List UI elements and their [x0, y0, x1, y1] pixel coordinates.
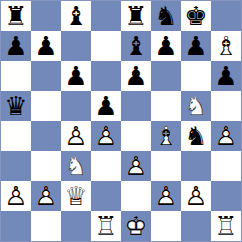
- piece-white-king[interactable]: ♚♔: [121, 211, 151, 241]
- square-b3[interactable]: [31, 151, 61, 181]
- square-a1[interactable]: [1, 211, 31, 241]
- piece-black-rook[interactable]: ♜: [1, 1, 31, 31]
- piece-black-queen-glyph: ♛: [1, 91, 31, 121]
- piece-white-knight[interactable]: ♞♘: [181, 91, 211, 121]
- piece-black-pawn[interactable]: ♟: [211, 61, 241, 91]
- piece-white-pawn-glyph: ♙: [91, 121, 121, 151]
- square-f4[interactable]: ♝♗: [151, 121, 181, 151]
- piece-white-pawn[interactable]: ♟♙: [151, 181, 181, 211]
- piece-black-pawn[interactable]: ♟: [1, 31, 31, 61]
- square-b7[interactable]: ♟: [31, 31, 61, 61]
- square-d3[interactable]: [91, 151, 121, 181]
- piece-white-pawn-glyph: ♙: [1, 181, 31, 211]
- chess-board: ♜♝♜♞♚♟♟♝♟♟♝♗♟♟♟♛♟♞♘♟♙♟♙♝♗♞♟♙♞♘♟♙♟♙♟♙♛♕♟♙…: [0, 0, 242, 242]
- square-b2[interactable]: ♟♙: [31, 181, 61, 211]
- piece-white-pawn[interactable]: ♟♙: [31, 181, 61, 211]
- square-d8[interactable]: [91, 1, 121, 31]
- square-g5[interactable]: ♞♘: [181, 91, 211, 121]
- square-f1[interactable]: [151, 211, 181, 241]
- square-e8[interactable]: ♜: [121, 1, 151, 31]
- square-f2[interactable]: ♟♙: [151, 181, 181, 211]
- square-c7[interactable]: [61, 31, 91, 61]
- piece-black-queen[interactable]: ♛: [1, 91, 31, 121]
- square-d1[interactable]: ♜♖: [91, 211, 121, 241]
- square-f6[interactable]: [151, 61, 181, 91]
- piece-white-pawn[interactable]: ♟♙: [1, 181, 31, 211]
- piece-white-rook[interactable]: ♜♖: [211, 211, 241, 241]
- piece-black-pawn[interactable]: ♟: [151, 31, 181, 61]
- piece-black-pawn[interactable]: ♟: [121, 61, 151, 91]
- square-h3[interactable]: [211, 151, 241, 181]
- square-c4[interactable]: ♟♙: [61, 121, 91, 151]
- square-e3[interactable]: ♟♙: [121, 151, 151, 181]
- square-b5[interactable]: [31, 91, 61, 121]
- square-d5[interactable]: ♟: [91, 91, 121, 121]
- square-a3[interactable]: [1, 151, 31, 181]
- piece-black-pawn-glyph: ♟: [91, 91, 121, 121]
- square-d6[interactable]: [91, 61, 121, 91]
- square-h1[interactable]: ♜♖: [211, 211, 241, 241]
- square-e1[interactable]: ♚♔: [121, 211, 151, 241]
- square-e5[interactable]: [121, 91, 151, 121]
- square-f3[interactable]: [151, 151, 181, 181]
- piece-black-pawn[interactable]: ♟: [181, 31, 211, 61]
- square-e6[interactable]: ♟: [121, 61, 151, 91]
- square-a7[interactable]: ♟: [1, 31, 31, 61]
- square-b4[interactable]: [31, 121, 61, 151]
- square-a2[interactable]: ♟♙: [1, 181, 31, 211]
- square-h4[interactable]: ♟♙: [211, 121, 241, 151]
- square-g3[interactable]: [181, 151, 211, 181]
- piece-white-bishop-glyph: ♗: [151, 121, 181, 151]
- square-h7[interactable]: ♝♗: [211, 31, 241, 61]
- piece-white-queen[interactable]: ♛♕: [61, 181, 91, 211]
- square-h5[interactable]: [211, 91, 241, 121]
- square-g7[interactable]: ♟: [181, 31, 211, 61]
- square-f5[interactable]: [151, 91, 181, 121]
- piece-white-pawn-glyph: ♙: [121, 151, 151, 181]
- square-a5[interactable]: ♛: [1, 91, 31, 121]
- square-d2[interactable]: [91, 181, 121, 211]
- piece-white-knight-glyph: ♘: [181, 91, 211, 121]
- square-g6[interactable]: [181, 61, 211, 91]
- piece-black-pawn-glyph: ♟: [151, 31, 181, 61]
- piece-white-pawn-glyph: ♙: [31, 181, 61, 211]
- piece-white-pawn[interactable]: ♟♙: [61, 121, 91, 151]
- piece-white-knight-glyph: ♘: [61, 151, 91, 181]
- square-c1[interactable]: [61, 211, 91, 241]
- square-h8[interactable]: [211, 1, 241, 31]
- piece-white-bishop[interactable]: ♝♗: [211, 31, 241, 61]
- square-a6[interactable]: [1, 61, 31, 91]
- piece-white-rook[interactable]: ♜♖: [91, 211, 121, 241]
- piece-black-bishop-glyph: ♝: [61, 1, 91, 31]
- piece-white-pawn[interactable]: ♟♙: [121, 151, 151, 181]
- square-d7[interactable]: [91, 31, 121, 61]
- square-f7[interactable]: ♟: [151, 31, 181, 61]
- piece-black-rook[interactable]: ♜: [121, 1, 151, 31]
- square-e4[interactable]: [121, 121, 151, 151]
- square-g4[interactable]: ♞: [181, 121, 211, 151]
- piece-black-pawn-glyph: ♟: [31, 31, 61, 61]
- piece-black-pawn-glyph: ♟: [181, 31, 211, 61]
- piece-black-bishop[interactable]: ♝: [121, 31, 151, 61]
- piece-white-pawn[interactable]: ♟♙: [211, 121, 241, 151]
- piece-black-pawn[interactable]: ♟: [91, 91, 121, 121]
- square-b8[interactable]: [31, 1, 61, 31]
- square-d4[interactable]: ♟♙: [91, 121, 121, 151]
- piece-white-pawn-glyph: ♙: [211, 121, 241, 151]
- square-e7[interactable]: ♝: [121, 31, 151, 61]
- square-c8[interactable]: ♝: [61, 1, 91, 31]
- piece-white-queen-glyph: ♕: [61, 181, 91, 211]
- square-g8[interactable]: ♚: [181, 1, 211, 31]
- piece-black-pawn[interactable]: ♟: [61, 61, 91, 91]
- piece-white-pawn[interactable]: ♟♙: [91, 121, 121, 151]
- piece-black-pawn[interactable]: ♟: [31, 31, 61, 61]
- square-c3[interactable]: ♞♘: [61, 151, 91, 181]
- piece-white-pawn-glyph: ♙: [151, 181, 181, 211]
- piece-black-knight[interactable]: ♞: [151, 1, 181, 31]
- square-e2[interactable]: [121, 181, 151, 211]
- piece-white-king-glyph: ♔: [121, 211, 151, 241]
- square-h2[interactable]: [211, 181, 241, 211]
- piece-black-rook-glyph: ♜: [1, 1, 31, 31]
- square-g1[interactable]: [181, 211, 211, 241]
- piece-white-rook-glyph: ♖: [91, 211, 121, 241]
- piece-white-bishop-glyph: ♗: [211, 31, 241, 61]
- piece-white-rook-glyph: ♖: [211, 211, 241, 241]
- piece-black-king-glyph: ♚: [181, 1, 211, 31]
- piece-black-knight-glyph: ♞: [181, 121, 211, 151]
- square-c6[interactable]: ♟: [61, 61, 91, 91]
- square-a4[interactable]: [1, 121, 31, 151]
- square-c5[interactable]: [61, 91, 91, 121]
- square-b6[interactable]: [31, 61, 61, 91]
- square-h6[interactable]: ♟: [211, 61, 241, 91]
- piece-white-pawn-glyph: ♙: [61, 121, 91, 151]
- piece-white-pawn[interactable]: ♟♙: [181, 181, 211, 211]
- piece-black-king[interactable]: ♚: [181, 1, 211, 31]
- piece-black-pawn-glyph: ♟: [61, 61, 91, 91]
- square-b1[interactable]: [31, 211, 61, 241]
- piece-black-pawn-glyph: ♟: [1, 31, 31, 61]
- piece-black-bishop[interactable]: ♝: [61, 1, 91, 31]
- piece-black-knight[interactable]: ♞: [181, 121, 211, 151]
- piece-black-pawn-glyph: ♟: [121, 61, 151, 91]
- square-g2[interactable]: ♟♙: [181, 181, 211, 211]
- piece-white-knight[interactable]: ♞♘: [61, 151, 91, 181]
- piece-black-bishop-glyph: ♝: [121, 31, 151, 61]
- piece-black-rook-glyph: ♜: [121, 1, 151, 31]
- square-a8[interactable]: ♜: [1, 1, 31, 31]
- piece-white-bishop[interactable]: ♝♗: [151, 121, 181, 151]
- piece-black-knight-glyph: ♞: [151, 1, 181, 31]
- piece-white-pawn-glyph: ♙: [181, 181, 211, 211]
- square-c2[interactable]: ♛♕: [61, 181, 91, 211]
- piece-black-pawn-glyph: ♟: [211, 61, 241, 91]
- square-f8[interactable]: ♞: [151, 1, 181, 31]
